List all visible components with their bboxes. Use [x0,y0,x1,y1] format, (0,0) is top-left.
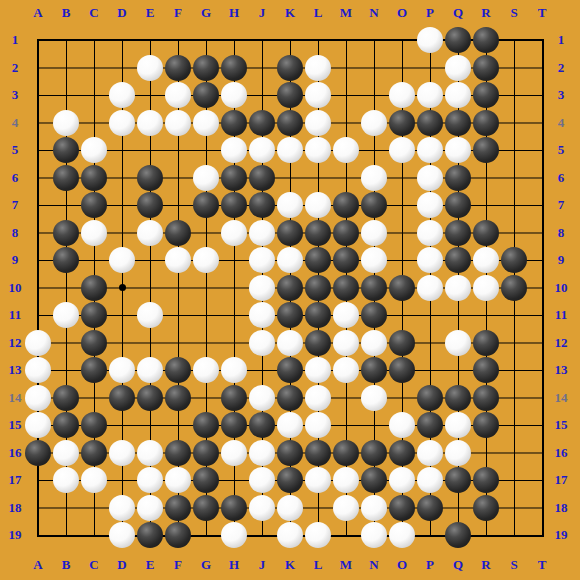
row-label: 4 [3,115,27,131]
row-label: 17 [3,472,27,488]
stone-white [417,82,443,108]
stone-black [361,275,387,301]
stone-black [445,220,471,246]
stone-white [249,440,275,466]
stone-black [473,467,499,493]
stone-white [249,247,275,273]
stone-white [165,467,191,493]
row-label: 18 [549,500,573,516]
stone-white [305,385,331,411]
stone-white [249,275,275,301]
row-label: 15 [549,417,573,433]
stone-white [305,357,331,383]
row-label: 7 [549,197,573,213]
stone-white [333,357,359,383]
stone-black [389,440,415,466]
stone-white [361,220,387,246]
stone-white [221,220,247,246]
stone-white [249,137,275,163]
row-label: 10 [549,280,573,296]
row-label: 5 [3,142,27,158]
stone-black [361,467,387,493]
stone-black [137,165,163,191]
stone-black [193,412,219,438]
stone-black [277,55,303,81]
stone-white [305,137,331,163]
stone-white [25,330,51,356]
stone-black [53,247,79,273]
stone-black [389,330,415,356]
column-label: E [138,5,162,21]
stone-black [361,302,387,328]
stone-white [81,467,107,493]
stone-black [81,165,107,191]
stone-white [445,412,471,438]
stone-black [277,357,303,383]
stone-black [417,412,443,438]
stone-white [473,275,499,301]
stone-black [53,385,79,411]
stone-white [333,467,359,493]
column-label: M [334,557,358,573]
stone-black [473,385,499,411]
stone-white [249,467,275,493]
stone-black [277,110,303,136]
stone-white [109,495,135,521]
column-label: R [474,557,498,573]
row-label: 8 [3,225,27,241]
stone-black [473,220,499,246]
column-label: N [362,5,386,21]
stone-white [445,82,471,108]
stone-white [389,82,415,108]
stone-black [277,467,303,493]
stone-black [473,330,499,356]
stone-black [277,440,303,466]
stone-white [221,522,247,548]
stone-black [137,385,163,411]
stone-white [361,495,387,521]
stone-white [137,357,163,383]
stone-black [389,495,415,521]
stone-black [193,440,219,466]
stone-black [277,275,303,301]
column-label: A [26,5,50,21]
stone-black [333,220,359,246]
stone-black [249,412,275,438]
row-label: 12 [549,335,573,351]
stone-white [249,220,275,246]
stone-black [165,55,191,81]
row-label: 1 [3,32,27,48]
stone-black [193,467,219,493]
stone-white [305,522,331,548]
stone-black [249,165,275,191]
stone-white [137,220,163,246]
stone-black [165,357,191,383]
stone-black [221,412,247,438]
column-label: E [138,557,162,573]
stone-white [389,467,415,493]
column-label: B [54,557,78,573]
stone-white [361,247,387,273]
stone-white [473,247,499,273]
column-label: F [166,557,190,573]
stone-black [277,385,303,411]
stone-black [25,440,51,466]
stone-white [53,467,79,493]
stone-black [333,247,359,273]
stone-black [165,440,191,466]
stone-black [305,275,331,301]
stone-black [53,137,79,163]
stone-black [445,165,471,191]
column-label: S [502,5,526,21]
star-point-marker [119,284,126,291]
stone-black [277,82,303,108]
column-label: G [194,5,218,21]
stone-black [389,110,415,136]
stone-white [109,82,135,108]
stone-black [165,385,191,411]
column-label: F [166,5,190,21]
stone-white [193,247,219,273]
stone-white [417,165,443,191]
stone-black [501,247,527,273]
stone-white [221,357,247,383]
stone-white [277,412,303,438]
stone-white [109,247,135,273]
stone-white [277,247,303,273]
stone-black [221,495,247,521]
stone-black [53,165,79,191]
stone-white [137,467,163,493]
stone-black [249,110,275,136]
row-label: 6 [3,170,27,186]
stone-white [361,522,387,548]
stone-black [81,302,107,328]
stone-white [277,192,303,218]
stone-black [445,192,471,218]
row-label: 6 [549,170,573,186]
stone-white [277,522,303,548]
column-label: K [278,557,302,573]
stone-black [221,192,247,218]
column-label: J [250,5,274,21]
stone-black [473,82,499,108]
stone-white [25,357,51,383]
stone-black [445,110,471,136]
row-label: 18 [3,500,27,516]
row-label: 14 [3,390,27,406]
stone-black [361,357,387,383]
stone-black [305,247,331,273]
column-label: T [530,557,554,573]
column-label: A [26,557,50,573]
stone-white [137,302,163,328]
column-label: D [110,557,134,573]
row-label: 8 [549,225,573,241]
row-label: 13 [3,362,27,378]
row-label: 11 [3,307,27,323]
stone-black [473,55,499,81]
row-label: 17 [549,472,573,488]
stone-white [361,110,387,136]
row-label: 13 [549,362,573,378]
column-label: N [362,557,386,573]
stone-black [193,192,219,218]
stone-white [305,110,331,136]
stone-white [445,440,471,466]
stone-white [305,412,331,438]
row-label: 3 [3,87,27,103]
stone-white [417,192,443,218]
stone-black [165,495,191,521]
stone-white [137,55,163,81]
stone-white [193,357,219,383]
row-label: 9 [549,252,573,268]
row-label: 7 [3,197,27,213]
stone-white [445,330,471,356]
stone-black [389,275,415,301]
stone-black [445,467,471,493]
column-label: R [474,5,498,21]
stone-white [193,165,219,191]
stone-white [417,247,443,273]
stone-white [221,82,247,108]
row-label: 16 [549,445,573,461]
stone-black [361,440,387,466]
column-label: C [82,5,106,21]
stone-white [333,137,359,163]
stone-white [249,495,275,521]
stone-black [193,82,219,108]
stone-white [445,55,471,81]
stone-white [361,165,387,191]
column-label: C [82,557,106,573]
stone-white [305,467,331,493]
stone-black [473,357,499,383]
stone-white [165,82,191,108]
stone-black [109,385,135,411]
stone-white [417,467,443,493]
column-label: O [390,557,414,573]
column-label: D [110,5,134,21]
stone-black [473,27,499,53]
stone-white [137,440,163,466]
stone-white [361,330,387,356]
stone-white [109,440,135,466]
column-label: G [194,557,218,573]
stone-black [53,220,79,246]
stone-white [333,495,359,521]
stone-black [305,220,331,246]
row-label: 15 [3,417,27,433]
stone-white [81,137,107,163]
stone-black [277,302,303,328]
stone-black [193,55,219,81]
stone-white [249,330,275,356]
stone-black [333,275,359,301]
stone-black [81,192,107,218]
stone-black [445,247,471,273]
row-label: 2 [3,60,27,76]
row-label: 3 [549,87,573,103]
stone-white [165,247,191,273]
stone-white [417,137,443,163]
stone-white [277,330,303,356]
stone-white [25,412,51,438]
stone-white [109,357,135,383]
stone-white [81,220,107,246]
row-label: 19 [3,527,27,543]
stone-white [389,137,415,163]
row-label: 1 [549,32,573,48]
stone-black [221,110,247,136]
stone-black [361,192,387,218]
stone-black [305,302,331,328]
stone-white [417,440,443,466]
row-label: 16 [3,445,27,461]
row-label: 14 [549,390,573,406]
stone-white [389,522,415,548]
stone-black [333,192,359,218]
column-label: L [306,557,330,573]
stone-black [473,137,499,163]
stone-black [81,275,107,301]
stone-black [501,275,527,301]
stone-white [221,137,247,163]
stone-black [165,220,191,246]
stone-white [305,192,331,218]
column-label: P [418,557,442,573]
column-label: S [502,557,526,573]
stone-white [389,412,415,438]
stone-black [81,330,107,356]
stone-black [445,385,471,411]
stone-white [361,385,387,411]
column-label: H [222,557,246,573]
stone-white [305,82,331,108]
row-label: 2 [549,60,573,76]
stone-black [221,55,247,81]
stone-white [445,275,471,301]
stone-black [81,357,107,383]
column-label: T [530,5,554,21]
stone-black [473,110,499,136]
stone-black [81,412,107,438]
column-label: B [54,5,78,21]
stone-black [473,412,499,438]
stone-black [221,165,247,191]
stone-white [445,137,471,163]
column-label: P [418,5,442,21]
row-label: 19 [549,527,573,543]
stone-black [249,192,275,218]
stone-white [277,137,303,163]
stone-black [417,385,443,411]
row-label: 5 [549,142,573,158]
stone-white [53,302,79,328]
stone-black [277,220,303,246]
stone-white [249,302,275,328]
stone-white [193,110,219,136]
stone-black [305,440,331,466]
column-label: J [250,557,274,573]
stone-black [417,110,443,136]
stone-black [165,522,191,548]
stone-white [249,385,275,411]
stone-black [473,495,499,521]
stone-black [417,495,443,521]
stone-black [193,495,219,521]
column-label: O [390,5,414,21]
column-label: L [306,5,330,21]
stone-black [445,27,471,53]
stone-white [221,440,247,466]
stone-black [445,522,471,548]
stone-black [53,412,79,438]
stone-white [417,27,443,53]
stone-white [53,110,79,136]
row-label: 9 [3,252,27,268]
stone-white [53,440,79,466]
stone-white [137,495,163,521]
stone-white [165,110,191,136]
stone-white [137,110,163,136]
stone-black [221,385,247,411]
stone-white [25,385,51,411]
stone-white [417,220,443,246]
stone-black [333,440,359,466]
stone-black [137,192,163,218]
column-label: K [278,5,302,21]
row-label: 4 [549,115,573,131]
row-label: 12 [3,335,27,351]
column-label: Q [446,557,470,573]
column-label: Q [446,5,470,21]
stone-black [137,522,163,548]
row-label: 11 [549,307,573,323]
stone-white [417,275,443,301]
stone-white [109,522,135,548]
stone-white [333,330,359,356]
row-label: 10 [3,280,27,296]
stone-black [81,440,107,466]
go-board[interactable]: ABCDEFGHJKLMNOPQRST ABCDEFGHJKLMNOPQRST … [0,0,580,580]
stone-white [109,110,135,136]
stone-black [305,330,331,356]
stone-black [389,357,415,383]
stone-white [277,495,303,521]
stone-white [305,55,331,81]
stone-white [333,302,359,328]
column-label: M [334,5,358,21]
column-label: H [222,5,246,21]
